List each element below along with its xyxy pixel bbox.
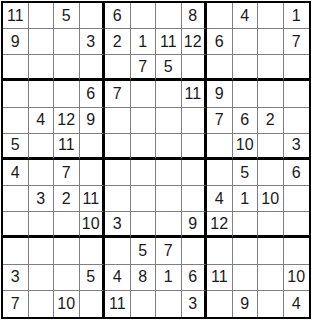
cell-r2c10-empty[interactable] — [233, 29, 259, 55]
cell-r4c10-empty[interactable] — [233, 81, 259, 107]
cell-r9c7-empty[interactable] — [156, 212, 182, 238]
cell-r2c3-empty[interactable] — [54, 29, 80, 55]
cell-r10c11-empty[interactable] — [258, 238, 284, 264]
cell-r12c10-given[interactable]: 9 — [233, 291, 259, 317]
cell-r11c7-given[interactable]: 1 — [156, 265, 182, 291]
cell-r2c12-given[interactable]: 7 — [284, 29, 310, 55]
cell-r5c8-empty[interactable] — [182, 108, 208, 134]
cell-r10c12-empty[interactable] — [284, 238, 310, 264]
cell-r3c9-empty[interactable] — [207, 55, 233, 81]
cell-r2c6-given[interactable]: 1 — [131, 29, 157, 55]
cell-r2c8-given[interactable]: 12 — [182, 29, 208, 55]
cell-r6c9-empty[interactable] — [207, 134, 233, 160]
page: 1156841932111126775671194129762511103475… — [0, 0, 312, 320]
cell-r5c10-given[interactable]: 6 — [233, 108, 259, 134]
cell-r12c12-given[interactable]: 4 — [284, 291, 310, 317]
cell-r8c12-empty[interactable] — [284, 186, 310, 212]
cell-r11c6-given[interactable]: 8 — [131, 265, 157, 291]
cell-r1c12-given[interactable]: 1 — [284, 3, 310, 29]
cell-r3c6-given[interactable]: 7 — [131, 55, 157, 81]
cell-r3c11-empty[interactable] — [258, 55, 284, 81]
cell-r3c12-empty[interactable] — [284, 55, 310, 81]
cell-r9c8-given[interactable]: 9 — [182, 212, 208, 238]
cell-r2c11-empty[interactable] — [258, 29, 284, 55]
cell-r2c1-given[interactable]: 9 — [3, 29, 29, 55]
cell-r6c10-given[interactable]: 10 — [233, 134, 259, 160]
cell-r5c1-empty[interactable] — [3, 108, 29, 134]
cell-r11c1-given[interactable]: 3 — [3, 265, 29, 291]
cell-r8c8-empty[interactable] — [182, 186, 208, 212]
cell-r11c12-given[interactable]: 10 — [284, 265, 310, 291]
cell-r9c9-given[interactable]: 12 — [207, 212, 233, 238]
cell-r7c5-empty[interactable] — [105, 160, 131, 186]
cell-r4c12-empty[interactable] — [284, 81, 310, 107]
cell-r10c5-empty[interactable] — [105, 238, 131, 264]
cell-r7c1-given[interactable]: 4 — [3, 160, 29, 186]
cell-r11c5-given[interactable]: 4 — [105, 265, 131, 291]
cell-r4c7-empty[interactable] — [156, 81, 182, 107]
cell-r5c12-empty[interactable] — [284, 108, 310, 134]
cell-r3c8-empty[interactable] — [182, 55, 208, 81]
cell-r12c8-given[interactable]: 3 — [182, 291, 208, 317]
cell-r12c4-empty[interactable] — [80, 291, 106, 317]
cell-r9c1-empty[interactable] — [3, 212, 29, 238]
cell-r8c5-empty[interactable] — [105, 186, 131, 212]
cell-r3c5-empty[interactable] — [105, 55, 131, 81]
cell-r7c12-given[interactable]: 6 — [284, 160, 310, 186]
cell-r7c10-given[interactable]: 5 — [233, 160, 259, 186]
cell-r5c7-empty[interactable] — [156, 108, 182, 134]
cell-r12c9-empty[interactable] — [207, 291, 233, 317]
cell-r5c11-given[interactable]: 2 — [258, 108, 284, 134]
cell-r11c3-empty[interactable] — [54, 265, 80, 291]
cell-r5c9-given[interactable]: 7 — [207, 108, 233, 134]
cell-r12c2-empty[interactable] — [29, 291, 55, 317]
cell-r1c2-empty[interactable] — [29, 3, 55, 29]
cell-r7c11-empty[interactable] — [258, 160, 284, 186]
cell-r11c8-given[interactable]: 6 — [182, 265, 208, 291]
cell-r11c4-given[interactable]: 5 — [80, 265, 106, 291]
cell-r6c8-empty[interactable] — [182, 134, 208, 160]
cell-r4c6-empty[interactable] — [131, 81, 157, 107]
cell-r12c11-empty[interactable] — [258, 291, 284, 317]
cell-r1c8-given[interactable]: 8 — [182, 3, 208, 29]
cell-r6c5-empty[interactable] — [105, 134, 131, 160]
cell-r1c9-empty[interactable] — [207, 3, 233, 29]
cell-r3c7-given[interactable]: 5 — [156, 55, 182, 81]
cell-r10c2-empty[interactable] — [29, 238, 55, 264]
cell-r5c4-given[interactable]: 9 — [80, 108, 106, 134]
cell-r5c6-empty[interactable] — [131, 108, 157, 134]
cell-r7c4-empty[interactable] — [80, 160, 106, 186]
cell-r6c4-empty[interactable] — [80, 134, 106, 160]
cell-r9c10-empty[interactable] — [233, 212, 259, 238]
cell-r8c1-empty[interactable] — [3, 186, 29, 212]
cell-r10c6-given[interactable]: 5 — [131, 238, 157, 264]
cell-r2c9-given[interactable]: 6 — [207, 29, 233, 55]
cell-r5c5-empty[interactable] — [105, 108, 131, 134]
cell-r12c3-given[interactable]: 10 — [54, 291, 80, 317]
cell-r8c4-given[interactable]: 11 — [80, 186, 106, 212]
cell-r2c5-given[interactable]: 2 — [105, 29, 131, 55]
cell-r10c10-empty[interactable] — [233, 238, 259, 264]
cell-r2c4-given[interactable]: 3 — [80, 29, 106, 55]
cell-r10c1-empty[interactable] — [3, 238, 29, 264]
cell-r5c2-given[interactable]: 4 — [29, 108, 55, 134]
cell-r9c5-given[interactable]: 3 — [105, 212, 131, 238]
cell-r6c6-empty[interactable] — [131, 134, 157, 160]
cell-r7c8-empty[interactable] — [182, 160, 208, 186]
cell-r9c2-empty[interactable] — [29, 212, 55, 238]
cell-r4c11-empty[interactable] — [258, 81, 284, 107]
cell-r9c3-empty[interactable] — [54, 212, 80, 238]
cell-r4c9-given[interactable]: 9 — [207, 81, 233, 107]
cell-r7c9-empty[interactable] — [207, 160, 233, 186]
cell-r1c4-empty[interactable] — [80, 3, 106, 29]
cell-r1c11-empty[interactable] — [258, 3, 284, 29]
cell-r3c1-empty[interactable] — [3, 55, 29, 81]
cell-r12c1-given[interactable]: 7 — [3, 291, 29, 317]
cell-r9c12-empty[interactable] — [284, 212, 310, 238]
cell-r3c2-empty[interactable] — [29, 55, 55, 81]
cell-r8c6-empty[interactable] — [131, 186, 157, 212]
cell-r6c1-given[interactable]: 5 — [3, 134, 29, 160]
cell-r8c10-given[interactable]: 1 — [233, 186, 259, 212]
cell-r5c3-given[interactable]: 12 — [54, 108, 80, 134]
cell-r4c8-given[interactable]: 11 — [182, 81, 208, 107]
cell-r8c2-given[interactable]: 3 — [29, 186, 55, 212]
cell-r11c2-empty[interactable] — [29, 265, 55, 291]
cell-r1c3-given[interactable]: 5 — [54, 3, 80, 29]
sudoku-board: 1156841932111126775671194129762511103475… — [1, 1, 311, 319]
cell-r12c6-empty[interactable] — [131, 291, 157, 317]
cell-r4c2-empty[interactable] — [29, 81, 55, 107]
cell-r3c4-empty[interactable] — [80, 55, 106, 81]
cell-r6c12-given[interactable]: 3 — [284, 134, 310, 160]
cell-r11c10-empty[interactable] — [233, 265, 259, 291]
cell-r3c10-empty[interactable] — [233, 55, 259, 81]
cell-r11c11-empty[interactable] — [258, 265, 284, 291]
cell-r6c7-empty[interactable] — [156, 134, 182, 160]
cell-r10c3-empty[interactable] — [54, 238, 80, 264]
cell-r4c5-given[interactable]: 7 — [105, 81, 131, 107]
cell-r1c1-given[interactable]: 11 — [3, 3, 29, 29]
cell-r8c3-given[interactable]: 2 — [54, 186, 80, 212]
cell-r7c7-empty[interactable] — [156, 160, 182, 186]
cell-r10c9-empty[interactable] — [207, 238, 233, 264]
cell-r9c11-empty[interactable] — [258, 212, 284, 238]
cell-r12c5-given[interactable]: 11 — [105, 291, 131, 317]
cell-r1c10-given[interactable]: 4 — [233, 3, 259, 29]
cell-r4c1-empty[interactable] — [3, 81, 29, 107]
cell-r4c3-empty[interactable] — [54, 81, 80, 107]
cell-r7c6-empty[interactable] — [131, 160, 157, 186]
cell-r9c6-empty[interactable] — [131, 212, 157, 238]
cell-r7c2-empty[interactable] — [29, 160, 55, 186]
cell-r12c7-empty[interactable] — [156, 291, 182, 317]
cell-r2c2-empty[interactable] — [29, 29, 55, 55]
cell-r10c4-empty[interactable] — [80, 238, 106, 264]
cell-r1c5-given[interactable]: 6 — [105, 3, 131, 29]
cell-r11c9-given[interactable]: 11 — [207, 265, 233, 291]
cell-r1c6-empty[interactable] — [131, 3, 157, 29]
cell-r8c9-given[interactable]: 4 — [207, 186, 233, 212]
cell-r9c4-given[interactable]: 10 — [80, 212, 106, 238]
cell-r7c3-given[interactable]: 7 — [54, 160, 80, 186]
cell-r6c3-given[interactable]: 11 — [54, 134, 80, 160]
cell-r10c7-given[interactable]: 7 — [156, 238, 182, 264]
cell-r10c8-empty[interactable] — [182, 238, 208, 264]
cell-r8c7-empty[interactable] — [156, 186, 182, 212]
cell-r3c3-empty[interactable] — [54, 55, 80, 81]
cell-r2c7-given[interactable]: 11 — [156, 29, 182, 55]
cell-r6c2-empty[interactable] — [29, 134, 55, 160]
cell-r4c4-given[interactable]: 6 — [80, 81, 106, 107]
cell-r8c11-given[interactable]: 10 — [258, 186, 284, 212]
cell-r1c7-empty[interactable] — [156, 3, 182, 29]
cell-r6c11-empty[interactable] — [258, 134, 284, 160]
